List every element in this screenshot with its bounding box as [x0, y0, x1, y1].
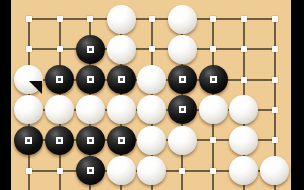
square-mark-icon — [179, 76, 186, 83]
board-point-7-4 — [229, 125, 260, 155]
board-point-1-1[interactable] — [44, 34, 75, 64]
board-point-7-3 — [229, 95, 260, 125]
board-point-0-0[interactable] — [14, 4, 45, 34]
board-point-8-1[interactable] — [259, 34, 290, 64]
white-stone — [45, 95, 74, 124]
board-point-7-5 — [229, 155, 260, 185]
empty-point-dot — [57, 16, 63, 22]
empty-point-dot — [87, 16, 93, 22]
square-mark-icon — [87, 46, 94, 53]
white-stone-triangle-marked — [14, 65, 43, 94]
board-point-8-4[interactable] — [259, 125, 290, 155]
square-mark-icon — [179, 106, 186, 113]
square-mark-icon — [25, 137, 32, 144]
white-stone — [14, 95, 43, 124]
board-point-6-0[interactable] — [198, 4, 229, 34]
square-mark-icon — [118, 76, 125, 83]
board-point-5-5[interactable] — [167, 155, 198, 185]
board-point-1-3 — [44, 95, 75, 125]
black-stone — [107, 65, 136, 94]
empty-point-dot — [149, 16, 155, 22]
board-point-5-1 — [167, 34, 198, 64]
empty-point-dot — [149, 46, 155, 52]
board-point-3-3 — [106, 95, 137, 125]
black-stone — [107, 126, 136, 155]
square-mark-icon — [56, 137, 63, 144]
board-point-3-4 — [106, 125, 137, 155]
empty-point-dot — [210, 137, 216, 143]
board-point-1-5[interactable] — [44, 155, 75, 185]
white-stone — [229, 126, 258, 155]
empty-point-dot — [241, 77, 247, 83]
empty-point-dot — [210, 168, 216, 174]
white-stone — [168, 5, 197, 34]
white-stone — [168, 126, 197, 155]
board-point-1-0[interactable] — [44, 4, 75, 34]
board-point-2-4 — [75, 125, 106, 155]
board-point-0-1[interactable] — [14, 34, 45, 64]
white-stone — [76, 95, 105, 124]
board-point-8-5 — [259, 155, 290, 185]
black-stone — [76, 156, 105, 185]
square-mark-icon — [87, 167, 94, 174]
board-point-8-2[interactable] — [259, 64, 290, 94]
white-stone — [107, 35, 136, 64]
black-stone — [76, 65, 105, 94]
board-point-6-5[interactable] — [198, 155, 229, 185]
square-mark-icon — [210, 76, 217, 83]
empty-point-dot — [26, 168, 32, 174]
board-point-4-0[interactable] — [136, 4, 167, 34]
empty-point-dot — [26, 16, 32, 22]
white-stone — [107, 156, 136, 185]
board-point-7-2[interactable] — [229, 64, 260, 94]
board-point-8-0[interactable] — [259, 4, 290, 34]
board-point-3-2 — [106, 64, 137, 94]
board-point-6-3 — [198, 95, 229, 125]
empty-point-dot — [272, 77, 278, 83]
white-stone — [107, 5, 136, 34]
board-point-0-4 — [14, 125, 45, 155]
go-app-screen — [0, 0, 304, 190]
board-point-3-5 — [106, 155, 137, 185]
black-stone — [76, 35, 105, 64]
board-point-3-1 — [106, 34, 137, 64]
board-point-2-0[interactable] — [75, 4, 106, 34]
empty-point-dot — [26, 46, 32, 52]
board-point-2-2 — [75, 64, 106, 94]
black-stone — [45, 126, 74, 155]
empty-point-dot — [241, 46, 247, 52]
empty-point-dot — [210, 46, 216, 52]
white-stone — [229, 156, 258, 185]
empty-point-dot — [241, 16, 247, 22]
white-stone — [137, 95, 166, 124]
black-stone — [168, 95, 197, 124]
white-stone — [199, 95, 228, 124]
white-stone — [229, 95, 258, 124]
square-mark-icon — [87, 137, 94, 144]
board-point-0-5[interactable] — [14, 155, 45, 185]
board-point-1-4 — [44, 125, 75, 155]
black-stone — [14, 126, 43, 155]
square-mark-icon — [87, 76, 94, 83]
black-stone — [45, 65, 74, 94]
board-point-8-3[interactable] — [259, 95, 290, 125]
board-point-7-1[interactable] — [229, 34, 260, 64]
empty-point-dot — [57, 46, 63, 52]
board-point-6-4[interactable] — [198, 125, 229, 155]
black-stone — [76, 126, 105, 155]
empty-point-dot — [272, 137, 278, 143]
board-point-0-2 — [14, 64, 45, 94]
board-point-5-3 — [167, 95, 198, 125]
board-point-2-5 — [75, 155, 106, 185]
square-mark-icon — [56, 76, 63, 83]
board-grid[interactable] — [14, 4, 290, 186]
empty-point-dot — [272, 107, 278, 113]
white-stone — [137, 126, 166, 155]
empty-point-dot — [57, 168, 63, 174]
empty-point-dot — [210, 16, 216, 22]
black-stone — [168, 65, 197, 94]
square-mark-icon — [118, 137, 125, 144]
board-point-2-3 — [75, 95, 106, 125]
white-stone — [107, 95, 136, 124]
board-point-2-1 — [75, 34, 106, 64]
board-point-7-0[interactable] — [229, 4, 260, 34]
letterbox-right — [291, 0, 304, 190]
triangle-mark-icon — [29, 81, 42, 94]
board-point-5-0 — [167, 4, 198, 34]
empty-point-dot — [179, 168, 185, 174]
black-stone — [199, 65, 228, 94]
white-stone — [137, 65, 166, 94]
empty-point-dot — [272, 46, 278, 52]
empty-point-dot — [272, 16, 278, 22]
white-stone — [168, 35, 197, 64]
board-point-4-4 — [136, 125, 167, 155]
white-stone — [260, 156, 289, 185]
board-point-4-1[interactable] — [136, 34, 167, 64]
board-point-6-2 — [198, 64, 229, 94]
board-point-4-3 — [136, 95, 167, 125]
board-point-0-3 — [14, 95, 45, 125]
board-point-4-5 — [136, 155, 167, 185]
board-point-5-2 — [167, 64, 198, 94]
board-point-5-4 — [167, 125, 198, 155]
board-point-6-1[interactable] — [198, 34, 229, 64]
letterbox-left — [0, 0, 11, 190]
board-point-1-2 — [44, 64, 75, 94]
board-point-4-2 — [136, 64, 167, 94]
board-point-3-0 — [106, 4, 137, 34]
white-stone — [137, 156, 166, 185]
